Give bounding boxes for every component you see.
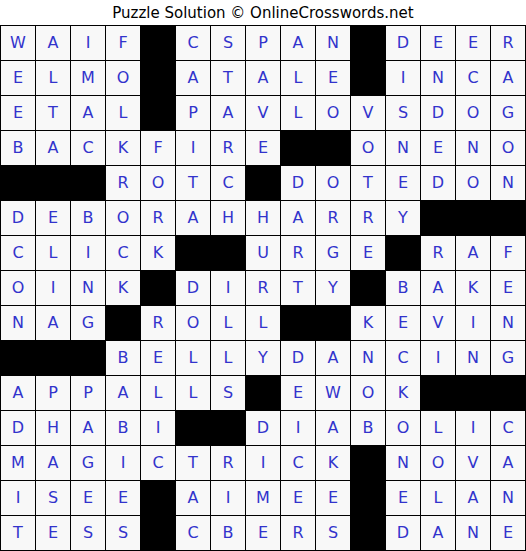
cell-r5c14: O: [456, 166, 490, 200]
cell-r10c10: A: [316, 341, 350, 375]
block-r8c11: [351, 271, 385, 305]
cell-r8c3: N: [71, 271, 105, 305]
cell-r6c12: Y: [386, 201, 420, 235]
cell-r1c13: E: [421, 26, 455, 60]
cell-r6c10: R: [316, 201, 350, 235]
cell-r8c8: R: [246, 271, 280, 305]
cell-r14c1: I: [1, 481, 35, 515]
cell-r9c2: A: [36, 306, 70, 340]
block-r10c1: [1, 341, 35, 375]
block-r11c15: [491, 376, 525, 410]
block-r5c2: [36, 166, 70, 200]
cell-r10c11: N: [351, 341, 385, 375]
block-r7c12: [386, 236, 420, 270]
cell-r1c1: W: [1, 26, 35, 60]
cell-r4c5: F: [141, 131, 175, 165]
puzzle-solution-page: Puzzle Solution © OnlineCrosswords.net W…: [0, 0, 526, 551]
cell-r1c7: S: [211, 26, 245, 60]
block-r10c3: [71, 341, 105, 375]
cell-r12c3: A: [71, 411, 105, 445]
cell-r11c5: L: [141, 376, 175, 410]
page-title: Puzzle Solution © OnlineCrosswords.net: [0, 0, 526, 25]
cell-r14c9: E: [281, 481, 315, 515]
cell-r13c4: I: [106, 446, 140, 480]
cell-r10c12: C: [386, 341, 420, 375]
block-r1c11: [351, 26, 385, 60]
cell-r1c9: A: [281, 26, 315, 60]
cell-r4c11: O: [351, 131, 385, 165]
cell-r15c13: A: [421, 516, 455, 550]
cell-r14c6: A: [176, 481, 210, 515]
cell-r3c1: E: [1, 96, 35, 130]
cell-r15c12: D: [386, 516, 420, 550]
cell-r4c7: R: [211, 131, 245, 165]
cell-r8c15: E: [491, 271, 525, 305]
cell-r6c7: H: [211, 201, 245, 235]
block-r13c11: [351, 446, 385, 480]
cell-r5c12: E: [386, 166, 420, 200]
cell-r10c7: L: [211, 341, 245, 375]
block-r14c5: [141, 481, 175, 515]
cell-r12c10: A: [316, 411, 350, 445]
cell-r1c14: E: [456, 26, 490, 60]
cell-r14c7: I: [211, 481, 245, 515]
cell-r7c2: L: [36, 236, 70, 270]
cell-r7c3: I: [71, 236, 105, 270]
cell-r2c8: A: [246, 61, 280, 95]
block-r12c6: [176, 411, 210, 445]
cell-r12c4: B: [106, 411, 140, 445]
cell-r5c11: T: [351, 166, 385, 200]
cell-r14c10: E: [316, 481, 350, 515]
cell-r10c14: N: [456, 341, 490, 375]
cell-r3c9: L: [281, 96, 315, 130]
cell-r14c13: L: [421, 481, 455, 515]
cell-r4c13: E: [421, 131, 455, 165]
cell-r5c9: D: [281, 166, 315, 200]
cell-r12c14: I: [456, 411, 490, 445]
block-r15c11: [351, 516, 385, 550]
cell-r3c3: A: [71, 96, 105, 130]
block-r1c5: [141, 26, 175, 60]
cell-r4c6: I: [176, 131, 210, 165]
cell-r3c15: G: [491, 96, 525, 130]
cell-r7c9: R: [281, 236, 315, 270]
cell-r14c3: E: [71, 481, 105, 515]
cell-r2c15: A: [491, 61, 525, 95]
cell-r11c10: W: [316, 376, 350, 410]
cell-r10c6: L: [176, 341, 210, 375]
cell-r12c5: I: [141, 411, 175, 445]
cell-r8c13: A: [421, 271, 455, 305]
cell-r1c15: R: [491, 26, 525, 60]
cell-r2c10: E: [316, 61, 350, 95]
cell-r5c13: D: [421, 166, 455, 200]
cell-r13c1: M: [1, 446, 35, 480]
cell-r3c2: T: [36, 96, 70, 130]
cell-r13c7: R: [211, 446, 245, 480]
cell-r11c12: K: [386, 376, 420, 410]
cell-r14c12: E: [386, 481, 420, 515]
cell-r11c6: L: [176, 376, 210, 410]
cell-r15c1: T: [1, 516, 35, 550]
cell-r5c15: N: [491, 166, 525, 200]
cell-r10c13: I: [421, 341, 455, 375]
cell-r13c14: V: [456, 446, 490, 480]
cell-r12c15: C: [491, 411, 525, 445]
cell-r7c4: C: [106, 236, 140, 270]
cell-r2c4: O: [106, 61, 140, 95]
cell-r2c1: E: [1, 61, 35, 95]
cell-r14c2: S: [36, 481, 70, 515]
cell-r12c2: H: [36, 411, 70, 445]
cell-r9c11: K: [351, 306, 385, 340]
cell-r3c6: P: [176, 96, 210, 130]
cell-r15c3: S: [71, 516, 105, 550]
block-r11c14: [456, 376, 490, 410]
block-r5c3: [71, 166, 105, 200]
block-r15c5: [141, 516, 175, 550]
cell-r10c8: Y: [246, 341, 280, 375]
cell-r7c5: K: [141, 236, 175, 270]
block-r6c15: [491, 201, 525, 235]
cell-r8c12: B: [386, 271, 420, 305]
cell-r11c3: P: [71, 376, 105, 410]
cell-r1c3: I: [71, 26, 105, 60]
cell-r5c4: R: [106, 166, 140, 200]
cell-r6c2: E: [36, 201, 70, 235]
cell-r14c15: N: [491, 481, 525, 515]
cell-r2c12: I: [386, 61, 420, 95]
cell-r1c12: D: [386, 26, 420, 60]
block-r7c7: [211, 236, 245, 270]
cell-r3c14: O: [456, 96, 490, 130]
cell-r13c3: G: [71, 446, 105, 480]
block-r10c2: [36, 341, 70, 375]
block-r11c8: [246, 376, 280, 410]
cell-r9c3: G: [71, 306, 105, 340]
cell-r12c12: O: [386, 411, 420, 445]
cell-r15c10: S: [316, 516, 350, 550]
block-r4c10: [316, 131, 350, 165]
cell-r4c8: E: [246, 131, 280, 165]
cell-r15c14: N: [456, 516, 490, 550]
cell-r8c9: T: [281, 271, 315, 305]
cell-r13c6: T: [176, 446, 210, 480]
cell-r1c2: A: [36, 26, 70, 60]
cell-r6c3: B: [71, 201, 105, 235]
cell-r12c11: B: [351, 411, 385, 445]
cell-r2c13: N: [421, 61, 455, 95]
cell-r9c14: I: [456, 306, 490, 340]
cell-r1c4: F: [106, 26, 140, 60]
cell-r7c15: F: [491, 236, 525, 270]
cell-r7c10: G: [316, 236, 350, 270]
cell-r14c8: M: [246, 481, 280, 515]
block-r6c14: [456, 201, 490, 235]
cell-r4c4: K: [106, 131, 140, 165]
cell-r5c6: T: [176, 166, 210, 200]
cell-r8c4: K: [106, 271, 140, 305]
cell-r6c4: O: [106, 201, 140, 235]
cell-r9c8: L: [246, 306, 280, 340]
cell-r13c13: O: [421, 446, 455, 480]
cell-r4c3: C: [71, 131, 105, 165]
block-r9c4: [106, 306, 140, 340]
cell-r4c15: O: [491, 131, 525, 165]
cell-r13c2: A: [36, 446, 70, 480]
cell-r4c2: A: [36, 131, 70, 165]
cell-r6c1: D: [1, 201, 35, 235]
cell-r15c4: S: [106, 516, 140, 550]
cell-r3c12: S: [386, 96, 420, 130]
cell-r1c8: P: [246, 26, 280, 60]
cell-r12c9: I: [281, 411, 315, 445]
block-r9c9: [281, 306, 315, 340]
cell-r10c5: E: [141, 341, 175, 375]
cell-r7c8: U: [246, 236, 280, 270]
cell-r9c5: R: [141, 306, 175, 340]
cell-r2c6: A: [176, 61, 210, 95]
block-r4c9: [281, 131, 315, 165]
cell-r6c9: A: [281, 201, 315, 235]
block-r14c11: [351, 481, 385, 515]
cell-r2c3: M: [71, 61, 105, 95]
cell-r9c6: O: [176, 306, 210, 340]
cell-r10c15: G: [491, 341, 525, 375]
cell-r15c15: E: [491, 516, 525, 550]
cell-r11c9: E: [281, 376, 315, 410]
cell-r5c7: C: [211, 166, 245, 200]
cell-r14c4: E: [106, 481, 140, 515]
cell-r6c5: R: [141, 201, 175, 235]
cell-r15c2: E: [36, 516, 70, 550]
cell-r3c11: V: [351, 96, 385, 130]
cell-r13c15: A: [491, 446, 525, 480]
cell-r8c10: Y: [316, 271, 350, 305]
cell-r6c8: H: [246, 201, 280, 235]
cell-r8c1: O: [1, 271, 35, 305]
cell-r12c13: L: [421, 411, 455, 445]
block-r2c5: [141, 61, 175, 95]
cell-r9c12: E: [386, 306, 420, 340]
cell-r7c1: C: [1, 236, 35, 270]
cell-r4c1: B: [1, 131, 35, 165]
block-r5c8: [246, 166, 280, 200]
cell-r11c1: A: [1, 376, 35, 410]
cell-r1c10: N: [316, 26, 350, 60]
cell-r9c1: N: [1, 306, 35, 340]
block-r7c6: [176, 236, 210, 270]
cell-r2c9: L: [281, 61, 315, 95]
block-r9c10: [316, 306, 350, 340]
cell-r7c13: R: [421, 236, 455, 270]
cell-r5c5: O: [141, 166, 175, 200]
cell-r12c1: D: [1, 411, 35, 445]
cell-r13c9: C: [281, 446, 315, 480]
cell-r1c6: C: [176, 26, 210, 60]
cell-r11c7: S: [211, 376, 245, 410]
cell-r10c4: B: [106, 341, 140, 375]
block-r8c5: [141, 271, 175, 305]
cell-r8c7: I: [211, 271, 245, 305]
cell-r15c8: E: [246, 516, 280, 550]
cell-r13c5: C: [141, 446, 175, 480]
cell-r2c14: C: [456, 61, 490, 95]
cell-r9c7: L: [211, 306, 245, 340]
cell-r11c4: A: [106, 376, 140, 410]
cell-r13c10: K: [316, 446, 350, 480]
crossword-grid: WAIFCSPANDEERELMOATALEINCAETALPAVLOVSDOG…: [0, 25, 526, 551]
cell-r7c11: E: [351, 236, 385, 270]
cell-r3c8: V: [246, 96, 280, 130]
cell-r12c8: D: [246, 411, 280, 445]
cell-r5c10: O: [316, 166, 350, 200]
cell-r3c10: O: [316, 96, 350, 130]
cell-r3c13: D: [421, 96, 455, 130]
cell-r15c9: R: [281, 516, 315, 550]
block-r6c13: [421, 201, 455, 235]
block-r5c1: [1, 166, 35, 200]
block-r11c13: [421, 376, 455, 410]
block-r12c7: [211, 411, 245, 445]
cell-r3c7: A: [211, 96, 245, 130]
cell-r4c12: N: [386, 131, 420, 165]
cell-r8c6: D: [176, 271, 210, 305]
cell-r4c14: N: [456, 131, 490, 165]
cell-r9c15: N: [491, 306, 525, 340]
cell-r6c6: A: [176, 201, 210, 235]
cell-r8c14: K: [456, 271, 490, 305]
cell-r13c12: N: [386, 446, 420, 480]
cell-r3c4: L: [106, 96, 140, 130]
cell-r9c13: V: [421, 306, 455, 340]
block-r2c11: [351, 61, 385, 95]
cell-r7c14: A: [456, 236, 490, 270]
cell-r10c9: D: [281, 341, 315, 375]
cell-r8c2: I: [36, 271, 70, 305]
cell-r15c7: B: [211, 516, 245, 550]
cell-r2c7: T: [211, 61, 245, 95]
cell-r11c11: O: [351, 376, 385, 410]
block-r3c5: [141, 96, 175, 130]
cell-r2c2: L: [36, 61, 70, 95]
cell-r11c2: P: [36, 376, 70, 410]
cell-r6c11: R: [351, 201, 385, 235]
cell-r14c14: A: [456, 481, 490, 515]
cell-r15c6: C: [176, 516, 210, 550]
cell-r13c8: I: [246, 446, 280, 480]
